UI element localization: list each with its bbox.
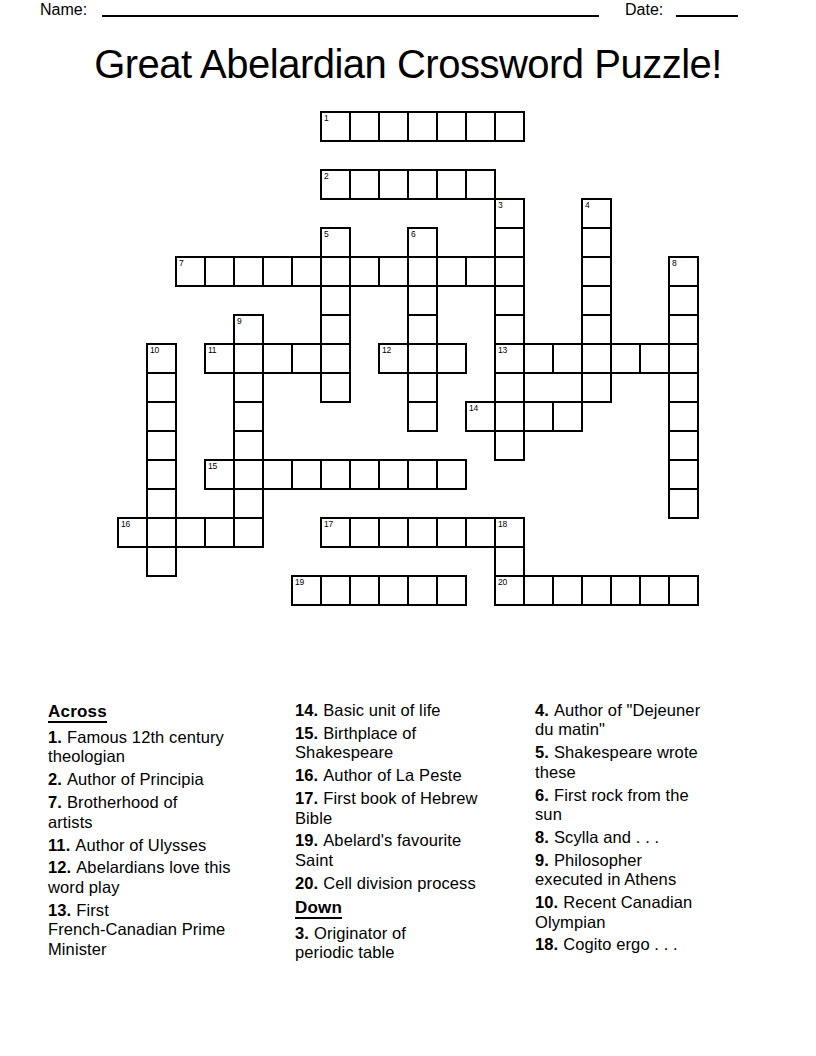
grid-cell-c9-r2[interactable] xyxy=(378,169,409,200)
grid-cell-c15-r16[interactable] xyxy=(552,575,583,606)
grid-cell-c13-r4[interactable] xyxy=(494,227,525,258)
grid-cell-c19-r13[interactable] xyxy=(668,488,699,519)
clue-line: Minister xyxy=(48,940,298,959)
clue-number-label: 17. xyxy=(295,789,318,807)
grid-cell-c3-r8[interactable]: 11 xyxy=(204,343,235,374)
grid-cell-c11-r5[interactable] xyxy=(436,256,467,287)
grid-cell-c13-r16[interactable]: 20 xyxy=(494,575,525,606)
clue-number-8: 8 xyxy=(672,258,676,268)
clue-number-9: 9 xyxy=(237,316,241,326)
grid-cell-c1-r15[interactable] xyxy=(146,546,177,577)
grid-cell-c9-r16[interactable] xyxy=(378,575,409,606)
grid-cell-c13-r9[interactable] xyxy=(494,372,525,403)
clues-header-text: Down xyxy=(295,898,342,919)
grid-cell-c1-r9[interactable] xyxy=(146,372,177,403)
clue-line: 1.Famous 12th century xyxy=(48,728,298,747)
grid-cell-c19-r5[interactable]: 8 xyxy=(668,256,699,287)
grid-cell-c19-r12[interactable] xyxy=(668,459,699,490)
grid-cell-c7-r5[interactable] xyxy=(320,256,351,287)
grid-cell-c17-r8[interactable] xyxy=(610,343,641,374)
clue-line: 9.Philosopher xyxy=(535,851,785,870)
crossword-grid: 1234567891011121314151617181920 xyxy=(117,111,698,605)
clue-line: 11.Author of Ulysses xyxy=(48,836,298,855)
grid-cell-c7-r14[interactable]: 17 xyxy=(320,517,351,548)
clue-number-label: 9. xyxy=(535,851,549,869)
grid-cell-c9-r0[interactable] xyxy=(378,111,409,142)
clue-4: 4.Author of "Dejeunerdu matin" xyxy=(535,701,785,740)
grid-cell-c3-r14[interactable] xyxy=(204,517,235,548)
grid-cell-c6-r5[interactable] xyxy=(291,256,322,287)
grid-cell-c5-r12[interactable] xyxy=(262,459,293,490)
grid-cell-c7-r6[interactable] xyxy=(320,285,351,316)
grid-cell-c4-r7[interactable]: 9 xyxy=(233,314,264,345)
grid-cell-c8-r5[interactable] xyxy=(349,256,380,287)
clue-1: 1.Famous 12th centurytheologian xyxy=(48,728,298,767)
grid-cell-c12-r0[interactable] xyxy=(465,111,496,142)
grid-cell-c1-r10[interactable] xyxy=(146,401,177,432)
grid-cell-c16-r16[interactable] xyxy=(581,575,612,606)
clue-number-label: 7. xyxy=(48,793,62,811)
clue-line: 2.Author of Principia xyxy=(48,770,298,789)
grid-cell-c19-r16[interactable] xyxy=(668,575,699,606)
clue-line: du matin" xyxy=(535,720,785,739)
clue-19: 19.Abelard's favouriteSaint xyxy=(295,831,545,870)
clue-number-label: 1. xyxy=(48,728,62,746)
grid-cell-c10-r8[interactable] xyxy=(407,343,438,374)
clue-number-3: 3 xyxy=(498,200,502,210)
grid-cell-c19-r11[interactable] xyxy=(668,430,699,461)
grid-cell-c4-r9[interactable] xyxy=(233,372,264,403)
clue-17: 17.First book of HebrewBible xyxy=(295,789,545,828)
grid-cell-c4-r11[interactable] xyxy=(233,430,264,461)
clue-number-1: 1 xyxy=(324,113,328,123)
grid-cell-c7-r0[interactable]: 1 xyxy=(320,111,351,142)
clue-line: periodic table xyxy=(295,943,545,962)
clue-line: Olympian xyxy=(535,913,785,932)
clue-15: 15.Birthplace ofShakespeare xyxy=(295,724,545,763)
clue-number-4: 4 xyxy=(585,200,589,210)
grid-cell-c3-r5[interactable] xyxy=(204,256,235,287)
clue-line: 10.Recent Canadian xyxy=(535,893,785,912)
grid-cell-c8-r2[interactable] xyxy=(349,169,380,200)
grid-cell-c7-r12[interactable] xyxy=(320,459,351,490)
clue-number-5: 5 xyxy=(324,229,328,239)
clue-line: Bible xyxy=(295,809,545,828)
grid-cell-c10-r10[interactable] xyxy=(407,401,438,432)
grid-cell-c9-r12[interactable] xyxy=(378,459,409,490)
grid-cell-c13-r7[interactable] xyxy=(494,314,525,345)
clue-column-1: Across1.Famous 12th centurytheologian2.A… xyxy=(48,701,298,962)
clue-line: 19.Abelard's favourite xyxy=(295,831,545,850)
grid-cell-c11-r14[interactable] xyxy=(436,517,467,548)
clue-column-3: 4.Author of "Dejeunerdu matin"5.Shakespe… xyxy=(535,701,785,958)
grid-cell-c13-r11[interactable] xyxy=(494,430,525,461)
clue-number-15: 15 xyxy=(208,461,217,471)
clue-line: 18.Cogito ergo . . . xyxy=(535,935,785,954)
clue-number-12: 12 xyxy=(382,345,391,355)
grid-cell-c15-r10[interactable] xyxy=(552,401,583,432)
grid-cell-c18-r16[interactable] xyxy=(639,575,670,606)
clue-10: 10.Recent CanadianOlympian xyxy=(535,893,785,932)
clue-number-label: 2. xyxy=(48,770,62,788)
grid-cell-c17-r16[interactable] xyxy=(610,575,641,606)
grid-cell-c2-r5[interactable]: 7 xyxy=(175,256,206,287)
clue-11: 11.Author of Ulysses xyxy=(48,836,298,855)
worksheet-page: { "game": "crossword", "colors": { "ink"… xyxy=(0,0,816,1056)
grid-cell-c13-r14[interactable]: 18 xyxy=(494,517,525,548)
grid-cell-c12-r2[interactable] xyxy=(465,169,496,200)
clue-line: 17.First book of Hebrew xyxy=(295,789,545,808)
grid-cell-c10-r0[interactable] xyxy=(407,111,438,142)
grid-cell-c1-r12[interactable] xyxy=(146,459,177,490)
name-blank-line xyxy=(102,15,599,17)
clue-14: 14.Basic unit of life xyxy=(295,701,545,720)
clue-20: 20.Cell division process xyxy=(295,874,545,893)
grid-cell-c8-r12[interactable] xyxy=(349,459,380,490)
clue-number-6: 6 xyxy=(411,229,415,239)
clue-column-2: 14.Basic unit of life15.Birthplace ofSha… xyxy=(295,701,545,966)
clue-9: 9.Philosopherexecuted in Athens xyxy=(535,851,785,890)
grid-cell-c7-r8[interactable] xyxy=(320,343,351,374)
clue-line: word play xyxy=(48,878,298,897)
grid-cell-c4-r14[interactable] xyxy=(233,517,264,548)
grid-cell-c10-r9[interactable] xyxy=(407,372,438,403)
clue-number-label: 3. xyxy=(295,924,309,942)
grid-cell-c10-r16[interactable] xyxy=(407,575,438,606)
grid-cell-c12-r14[interactable] xyxy=(465,517,496,548)
grid-cell-c7-r16[interactable] xyxy=(320,575,351,606)
grid-cell-c16-r5[interactable] xyxy=(581,256,612,287)
clue-number-label: 10. xyxy=(535,893,558,911)
grid-cell-c5-r5[interactable] xyxy=(262,256,293,287)
grid-cell-c12-r10[interactable]: 14 xyxy=(465,401,496,432)
grid-cell-c1-r13[interactable] xyxy=(146,488,177,519)
clue-number-label: 11. xyxy=(48,836,70,854)
grid-cell-c16-r4[interactable] xyxy=(581,227,612,258)
clue-13: 13.FirstFrench-Canadian PrimeMinister xyxy=(48,901,298,959)
clue-number-14: 14 xyxy=(469,403,478,413)
date-label: Date: xyxy=(625,1,663,19)
clue-5: 5.Shakespeare wrotethese xyxy=(535,743,785,782)
grid-cell-c4-r12[interactable] xyxy=(233,459,264,490)
grid-cell-c11-r8[interactable] xyxy=(436,343,467,374)
grid-cell-c7-r4[interactable]: 5 xyxy=(320,227,351,258)
clue-number-18: 18 xyxy=(498,519,507,529)
clue-line: 14.Basic unit of life xyxy=(295,701,545,720)
clue-line: Saint xyxy=(295,851,545,870)
grid-cell-c19-r9[interactable] xyxy=(668,372,699,403)
grid-cell-c0-r14[interactable]: 16 xyxy=(117,517,148,548)
clue-number-10: 10 xyxy=(150,345,159,355)
grid-cell-c11-r2[interactable] xyxy=(436,169,467,200)
clue-8: 8.Scylla and . . . xyxy=(535,828,785,847)
clue-number-label: 4. xyxy=(535,701,549,719)
grid-cell-c6-r12[interactable] xyxy=(291,459,322,490)
clue-line: 3.Originator of xyxy=(295,924,545,943)
grid-cell-c13-r6[interactable] xyxy=(494,285,525,316)
clues-header-across: Across xyxy=(48,701,298,722)
clues-header-text: Across xyxy=(48,702,107,723)
clue-18: 18.Cogito ergo . . . xyxy=(535,935,785,954)
clue-number-16: 16 xyxy=(121,519,130,529)
clue-line: executed in Athens xyxy=(535,870,785,889)
grid-cell-c10-r5[interactable] xyxy=(407,256,438,287)
grid-cell-c1-r14[interactable] xyxy=(146,517,177,548)
clue-number-13: 13 xyxy=(498,345,507,355)
clue-line: these xyxy=(535,763,785,782)
clue-number-7: 7 xyxy=(179,258,183,268)
grid-cell-c19-r6[interactable] xyxy=(668,285,699,316)
grid-cell-c4-r13[interactable] xyxy=(233,488,264,519)
clue-line: sun xyxy=(535,805,785,824)
grid-cell-c16-r3[interactable]: 4 xyxy=(581,198,612,229)
grid-cell-c1-r8[interactable]: 10 xyxy=(146,343,177,374)
clue-line: 4.Author of "Dejeuner xyxy=(535,701,785,720)
clue-line: theologian xyxy=(48,747,298,766)
grid-cell-c13-r15[interactable] xyxy=(494,546,525,577)
grid-cell-c13-r5[interactable] xyxy=(494,256,525,287)
grid-cell-c11-r0[interactable] xyxy=(436,111,467,142)
grid-cell-c19-r7[interactable] xyxy=(668,314,699,345)
grid-cell-c7-r2[interactable]: 2 xyxy=(320,169,351,200)
clue-line: Shakespeare xyxy=(295,743,545,762)
grid-cell-c13-r3[interactable]: 3 xyxy=(494,198,525,229)
clue-line: 13.First xyxy=(48,901,298,920)
grid-cell-c8-r0[interactable] xyxy=(349,111,380,142)
grid-cell-c10-r6[interactable] xyxy=(407,285,438,316)
grid-cell-c15-r8[interactable] xyxy=(552,343,583,374)
grid-cell-c16-r6[interactable] xyxy=(581,285,612,316)
grid-cell-c13-r8[interactable]: 13 xyxy=(494,343,525,374)
clue-number-17: 17 xyxy=(324,519,333,529)
clue-7: 7.Brotherhood ofartists xyxy=(48,793,298,832)
clue-number-20: 20 xyxy=(498,577,507,587)
clue-line: 15.Birthplace of xyxy=(295,724,545,743)
grid-cell-c10-r4[interactable]: 6 xyxy=(407,227,438,258)
grid-cell-c10-r12[interactable] xyxy=(407,459,438,490)
grid-cell-c19-r10[interactable] xyxy=(668,401,699,432)
grid-cell-c4-r8[interactable] xyxy=(233,343,264,374)
clue-2: 2.Author of Principia xyxy=(48,770,298,789)
grid-cell-c8-r16[interactable] xyxy=(349,575,380,606)
clue-line: 8.Scylla and . . . xyxy=(535,828,785,847)
grid-cell-c3-r12[interactable]: 15 xyxy=(204,459,235,490)
clue-line: 7.Brotherhood of xyxy=(48,793,298,812)
date-blank-line xyxy=(676,15,738,17)
clue-line: 5.Shakespeare wrote xyxy=(535,743,785,762)
clue-line: 6.First rock from the xyxy=(535,786,785,805)
grid-cell-c14-r16[interactable] xyxy=(523,575,554,606)
grid-cell-c7-r7[interactable] xyxy=(320,314,351,345)
grid-cell-c7-r9[interactable] xyxy=(320,372,351,403)
clue-number-label: 6. xyxy=(535,786,549,804)
clue-number-label: 18. xyxy=(535,935,558,953)
grid-cell-c13-r10[interactable] xyxy=(494,401,525,432)
page-title: Great Abelardian Crossword Puzzle! xyxy=(0,41,816,87)
clue-line: 16.Author of La Peste xyxy=(295,766,545,785)
clue-line: artists xyxy=(48,813,298,832)
grid-cell-c19-r8[interactable] xyxy=(668,343,699,374)
grid-cell-c13-r0[interactable] xyxy=(494,111,525,142)
clue-line: French-Canadian Prime xyxy=(48,920,298,939)
clue-16: 16.Author of La Peste xyxy=(295,766,545,785)
grid-cell-c4-r5[interactable] xyxy=(233,256,264,287)
grid-cell-c16-r9[interactable] xyxy=(581,372,612,403)
clue-number-label: 14. xyxy=(295,701,318,719)
clue-number-label: 13. xyxy=(48,901,71,919)
clue-number-11: 11 xyxy=(208,345,216,355)
clue-number-2: 2 xyxy=(324,171,328,181)
clue-12: 12.Abelardians love thisword play xyxy=(48,858,298,897)
clue-3: 3.Originator ofperiodic table xyxy=(295,924,545,963)
clue-number-label: 12. xyxy=(48,858,71,876)
grid-cell-c1-r11[interactable] xyxy=(146,430,177,461)
clue-number-label: 16. xyxy=(295,766,318,784)
grid-cell-c4-r10[interactable] xyxy=(233,401,264,432)
grid-cell-c10-r2[interactable] xyxy=(407,169,438,200)
grid-cell-c11-r12[interactable] xyxy=(436,459,467,490)
clue-line: 12.Abelardians love this xyxy=(48,858,298,877)
grid-cell-c14-r8[interactable] xyxy=(523,343,554,374)
grid-cell-c9-r14[interactable] xyxy=(378,517,409,548)
grid-cell-c9-r5[interactable] xyxy=(378,256,409,287)
grid-cell-c10-r14[interactable] xyxy=(407,517,438,548)
clue-number-label: 15. xyxy=(295,724,318,742)
name-label: Name: xyxy=(40,1,87,19)
grid-cell-c10-r7[interactable] xyxy=(407,314,438,345)
grid-cell-c14-r10[interactable] xyxy=(523,401,554,432)
clue-number-label: 8. xyxy=(535,828,549,846)
grid-cell-c18-r8[interactable] xyxy=(639,343,670,374)
grid-cell-c9-r8[interactable]: 12 xyxy=(378,343,409,374)
grid-cell-c11-r16[interactable] xyxy=(436,575,467,606)
grid-cell-c6-r8[interactable] xyxy=(291,343,322,374)
grid-cell-c16-r7[interactable] xyxy=(581,314,612,345)
grid-cell-c5-r8[interactable] xyxy=(262,343,293,374)
clue-number-label: 20. xyxy=(295,874,318,892)
grid-cell-c12-r5[interactable] xyxy=(465,256,496,287)
clue-number-label: 5. xyxy=(535,743,549,761)
clue-number-label: 19. xyxy=(295,831,318,849)
clues-header-down: Down xyxy=(295,897,545,918)
grid-cell-c2-r14[interactable] xyxy=(175,517,206,548)
clue-line: 20.Cell division process xyxy=(295,874,545,893)
grid-cell-c16-r8[interactable] xyxy=(581,343,612,374)
grid-cell-c8-r14[interactable] xyxy=(349,517,380,548)
clue-number-19: 19 xyxy=(295,577,304,587)
clue-6: 6.First rock from thesun xyxy=(535,786,785,825)
grid-cell-c6-r16[interactable]: 19 xyxy=(291,575,322,606)
